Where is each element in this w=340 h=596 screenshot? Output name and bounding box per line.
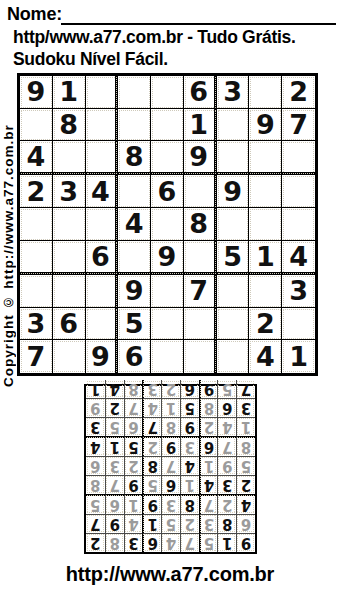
solution-cell-r9c3: 9 (199, 380, 218, 398)
cell-r1c1[interactable]: 9 (20, 76, 53, 109)
cell-r8c2[interactable]: 6 (53, 308, 86, 341)
solution-cell-r6c2: 7 (217, 436, 236, 456)
cell-r8c5[interactable] (151, 308, 184, 341)
solution-grid-rotated: 9157463826832514974278391652341659785914… (84, 384, 257, 554)
solution-cell-r1c2: 1 (217, 533, 236, 552)
cell-r2c8[interactable]: 9 (249, 109, 282, 142)
solution-cell-r7c5: 8 (161, 417, 180, 436)
cell-r6c4[interactable] (118, 241, 151, 275)
cell-r9c9[interactable]: 1 (282, 340, 315, 373)
solution-cell-r2c1: 6 (236, 514, 255, 533)
cell-r2c2[interactable]: 8 (53, 109, 86, 142)
copyright-vertical: Copyright © http://www.a77.com.br (0, 78, 17, 434)
solution-cell-r6c9: 4 (86, 436, 105, 456)
solution-cell-r1c3: 5 (199, 533, 218, 552)
cell-r1c7[interactable]: 3 (217, 76, 250, 109)
name-label: Nome: (7, 4, 62, 25)
cell-r4c5[interactable]: 6 (151, 175, 184, 208)
solution-cell-r8c4: 5 (180, 398, 199, 417)
cell-r1c9[interactable]: 2 (282, 76, 315, 109)
cell-r2c1[interactable] (20, 109, 53, 142)
cell-r1c4[interactable] (118, 76, 151, 109)
cell-r1c6[interactable]: 6 (184, 76, 217, 109)
solution-cell-r2c5: 5 (161, 514, 180, 533)
solution-cell-r2c2: 8 (217, 514, 236, 533)
solution-cell-r6c6: 2 (142, 436, 161, 456)
cell-r3c7[interactable] (217, 141, 250, 175)
cell-r3c6[interactable]: 9 (184, 141, 217, 175)
solution-cell-r3c9: 5 (86, 494, 105, 514)
cell-r1c2[interactable]: 1 (53, 76, 86, 109)
cell-r2c5[interactable] (151, 109, 184, 142)
solution-cell-r5c3: 1 (199, 456, 218, 475)
solution-cell-r7c3: 2 (199, 417, 218, 436)
cell-r3c5[interactable] (151, 141, 184, 175)
solution-cell-r3c3: 7 (199, 494, 218, 514)
cell-r6c2[interactable] (53, 241, 86, 275)
solution-cell-r5c4: 4 (180, 456, 199, 475)
cell-r7c7[interactable] (217, 275, 250, 308)
cell-r4c2[interactable]: 3 (53, 175, 86, 208)
solution-cell-r2c4: 2 (180, 514, 199, 533)
solution-cell-r8c7: 7 (124, 398, 143, 417)
solution-cell-r4c5: 6 (161, 475, 180, 494)
cell-r9c8[interactable]: 4 (249, 340, 282, 373)
solution-cell-r5c2: 9 (217, 456, 236, 475)
cell-r3c8[interactable] (249, 141, 282, 175)
cell-r6c6[interactable] (184, 241, 217, 275)
cell-r6c8[interactable]: 1 (249, 241, 282, 275)
solution-cell-r9c5: 2 (161, 380, 180, 398)
solution-cell-r7c8: 5 (105, 417, 124, 436)
cell-r3c9[interactable] (282, 141, 315, 175)
cell-r6c9[interactable]: 4 (282, 241, 315, 275)
cell-r5c6[interactable]: 8 (184, 208, 217, 241)
cell-r5c8[interactable] (249, 208, 282, 241)
printable-sudoku-page: Nome: http/www.a77.com.br - Tudo Grátis.… (0, 0, 340, 596)
solution-cell-r5c1: 5 (236, 456, 255, 475)
site-url-line: http/www.a77.com.br - Tudo Grátis. (13, 27, 295, 48)
solution-cell-r7c4: 9 (180, 417, 199, 436)
cell-r8c7[interactable] (217, 308, 250, 341)
solution-cell-r2c7: 4 (124, 514, 143, 533)
solution-grid: 9157463826832514974278391652341659785914… (84, 384, 257, 554)
cell-r7c5[interactable] (151, 275, 184, 308)
puzzle-level-title: Sudoku Nível Fácil. (13, 49, 168, 70)
sudoku-grid: 916328197489234694869514973365279641 (17, 73, 318, 376)
solution-cell-r6c7: 5 (124, 436, 143, 456)
solution-cell-r7c7: 6 (124, 417, 143, 436)
cell-r5c5[interactable] (151, 208, 184, 241)
solution-cell-r4c9: 8 (86, 475, 105, 494)
solution-cell-r3c6: 9 (142, 494, 161, 514)
cell-r9c5[interactable] (151, 340, 184, 373)
cell-r3c3[interactable] (86, 141, 119, 175)
cell-r8c3[interactable] (86, 308, 119, 341)
solution-cell-r3c5: 3 (161, 494, 180, 514)
cell-r5c2[interactable] (53, 208, 86, 241)
cell-r7c1[interactable] (20, 275, 53, 308)
solution-cell-r5c9: 6 (86, 456, 105, 475)
cell-r9c4[interactable]: 6 (118, 340, 151, 373)
cell-r7c3[interactable] (86, 275, 119, 308)
cell-r9c6[interactable] (184, 340, 217, 373)
cell-r7c9[interactable]: 3 (282, 275, 315, 308)
solution-cell-r8c3: 8 (199, 398, 218, 417)
solution-cell-r4c8: 7 (105, 475, 124, 494)
cell-r5c7[interactable] (217, 208, 250, 241)
cell-r7c8[interactable] (249, 275, 282, 308)
cell-r2c9[interactable]: 7 (282, 109, 315, 142)
cell-r6c5[interactable]: 9 (151, 241, 184, 275)
solution-cell-r8c6: 4 (142, 398, 161, 417)
solution-cell-r7c1: 1 (236, 417, 255, 436)
cell-r2c7[interactable] (217, 109, 250, 142)
solution-cell-r8c8: 2 (105, 398, 124, 417)
solution-cell-r4c6: 5 (142, 475, 161, 494)
solution-cell-r2c8: 9 (105, 514, 124, 533)
solution-cell-r3c8: 6 (105, 494, 124, 514)
solution-cell-r6c1: 8 (236, 436, 255, 456)
cell-r9c7[interactable] (217, 340, 250, 373)
solution-cell-r2c9: 7 (86, 514, 105, 533)
solution-cell-r5c6: 8 (142, 456, 161, 475)
solution-cell-r6c8: 1 (105, 436, 124, 456)
cell-r6c1[interactable] (20, 241, 53, 275)
cell-r8c8[interactable]: 2 (249, 308, 282, 341)
cell-r4c8[interactable] (249, 175, 282, 208)
solution-cell-r2c6: 1 (142, 514, 161, 533)
cell-r2c6[interactable]: 1 (184, 109, 217, 142)
solution-cell-r7c9: 3 (86, 417, 105, 436)
solution-cell-r9c2: 5 (217, 380, 236, 398)
solution-cell-r3c2: 2 (217, 494, 236, 514)
cell-r6c3[interactable]: 6 (86, 241, 119, 275)
solution-cell-r8c2: 6 (217, 398, 236, 417)
solution-cell-r9c8: 4 (105, 380, 124, 398)
solution-cell-r4c7: 9 (124, 475, 143, 494)
solution-cell-r3c7: 1 (124, 494, 143, 514)
solution-cell-r1c4: 7 (180, 533, 199, 552)
cell-r8c9[interactable] (282, 308, 315, 341)
solution-cell-r9c4: 6 (180, 380, 199, 398)
solution-cell-r8c1: 3 (236, 398, 255, 417)
solution-cell-r1c5: 4 (161, 533, 180, 552)
cell-r9c3[interactable]: 9 (86, 340, 119, 373)
solution-cell-r9c7: 8 (124, 380, 143, 398)
solution-cell-r4c3: 4 (199, 475, 218, 494)
cell-r5c4[interactable]: 4 (118, 208, 151, 241)
solution-cell-r5c7: 2 (124, 456, 143, 475)
cell-r4c6[interactable] (184, 175, 217, 208)
cell-r8c6[interactable] (184, 308, 217, 341)
cell-r5c3[interactable] (86, 208, 119, 241)
solution-cell-r4c4: 1 (180, 475, 199, 494)
solution-cell-r9c9: 1 (86, 380, 105, 398)
solution-cell-r5c5: 7 (161, 456, 180, 475)
cell-r4c1[interactable]: 2 (20, 175, 53, 208)
solution-cell-r1c7: 3 (124, 533, 143, 552)
solution-cell-r4c1: 2 (236, 475, 255, 494)
solution-cell-r1c9: 2 (86, 533, 105, 552)
cell-r8c1[interactable]: 3 (20, 308, 53, 341)
cell-r4c9[interactable] (282, 175, 315, 208)
cell-r1c5[interactable] (151, 76, 184, 109)
solution-cell-r6c3: 6 (199, 436, 218, 456)
cell-r9c1[interactable]: 7 (20, 340, 53, 373)
cell-r6c7[interactable]: 5 (217, 241, 250, 275)
solution-cell-r6c4: 3 (180, 436, 199, 456)
name-fill-line (61, 23, 336, 25)
cell-r7c4[interactable]: 9 (118, 275, 151, 308)
solution-cell-r5c8: 3 (105, 456, 124, 475)
solution-cell-r2c3: 3 (199, 514, 218, 533)
solution-cell-r9c6: 3 (142, 380, 161, 398)
cell-r4c3[interactable]: 4 (86, 175, 119, 208)
cell-r9c2[interactable] (53, 340, 86, 373)
solution-cell-r1c1: 9 (236, 533, 255, 552)
solution-cell-r1c6: 6 (142, 533, 161, 552)
cell-r4c4[interactable] (118, 175, 151, 208)
solution-cell-r9c1: 7 (236, 380, 255, 398)
cell-r5c9[interactable] (282, 208, 315, 241)
solution-cell-r7c6: 7 (142, 417, 161, 436)
cell-r4c7[interactable]: 9 (217, 175, 250, 208)
cell-r2c4[interactable] (118, 109, 151, 142)
cell-r2c3[interactable] (86, 109, 119, 142)
cell-r7c6[interactable]: 7 (184, 275, 217, 308)
solution-cell-r8c5: 1 (161, 398, 180, 417)
cell-r3c4[interactable]: 8 (118, 141, 151, 175)
cell-r1c8[interactable] (249, 76, 282, 109)
cell-r3c1[interactable]: 4 (20, 141, 53, 175)
solution-cell-r3c1: 4 (236, 494, 255, 514)
cell-r5c1[interactable] (20, 208, 53, 241)
solution-cell-r6c5: 9 (161, 436, 180, 456)
cell-r7c2[interactable] (53, 275, 86, 308)
solution-cell-r3c4: 8 (180, 494, 199, 514)
solution-cell-r4c2: 3 (217, 475, 236, 494)
solution-cell-r8c9: 9 (86, 398, 105, 417)
cell-r8c4[interactable]: 5 (118, 308, 151, 341)
cell-r1c3[interactable] (86, 76, 119, 109)
solution-cell-r1c8: 8 (105, 533, 124, 552)
solution-cell-r7c2: 4 (217, 417, 236, 436)
cell-r3c2[interactable] (53, 141, 86, 175)
footer-url: http://www.a77.com.br (0, 563, 340, 586)
